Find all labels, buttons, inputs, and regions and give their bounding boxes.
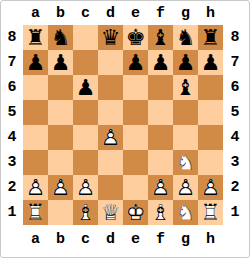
square-d7[interactable] [98,50,123,75]
square-h5[interactable] [198,100,223,125]
file-label-h: h [198,3,223,25]
square-f7[interactable]: ♟ [148,50,173,75]
rank-label-2: 2 [1,175,23,200]
square-a7[interactable]: ♟ [23,50,48,75]
file-label-f: f [148,227,173,253]
square-c2[interactable]: ♟♙ [73,175,98,200]
file-label-a: a [23,3,48,25]
square-b2[interactable]: ♟♙ [48,175,73,200]
white-bishop: ♗ [148,200,173,225]
square-g7[interactable]: ♟ [173,50,198,75]
file-label-a: a [23,227,48,253]
rank-label-3: 3 [1,150,23,175]
square-d6[interactable] [98,75,123,100]
square-a2[interactable]: ♟♙ [23,175,48,200]
square-g4[interactable] [173,125,198,150]
square-h4[interactable] [198,125,223,150]
rank-label-3: 3 [223,150,247,175]
square-a1[interactable]: ♜♖ [23,200,48,225]
black-rook: ♜ [23,25,48,50]
file-label-b: b [48,227,73,253]
square-g3[interactable]: ♞♘ [173,150,198,175]
file-label-d: d [98,3,123,25]
square-e4[interactable] [123,125,148,150]
white-pawn-fill: ♟ [48,175,73,200]
white-rook-fill: ♜ [23,200,48,225]
square-e1[interactable]: ♚♔ [123,200,148,225]
rank-labels-right: 87654321 [223,25,247,225]
file-label-c: c [73,227,98,253]
chess-board: ♜♞♛♚♝♞♜♟♟♟♟♟♟♟♝♟♙♞♘♟♙♟♙♟♙♟♙♟♙♟♙♜♖♝♗♛♕♚♔♝… [23,25,223,225]
white-pawn: ♙ [48,175,73,200]
square-a3[interactable] [23,150,48,175]
square-g1[interactable]: ♞♘ [173,200,198,225]
square-b4[interactable] [48,125,73,150]
square-a6[interactable] [23,75,48,100]
square-f1[interactable]: ♝♗ [148,200,173,225]
square-h6[interactable] [198,75,223,100]
file-label-h: h [198,227,223,253]
rank-labels-left: 87654321 [1,25,23,225]
square-c3[interactable] [73,150,98,175]
square-h1[interactable]: ♜♖ [198,200,223,225]
square-a5[interactable] [23,100,48,125]
white-pawn: ♙ [73,175,98,200]
black-pawn: ♟ [148,50,173,75]
file-label-g: g [173,3,198,25]
white-bishop: ♗ [73,200,98,225]
file-label-f: f [148,3,173,25]
white-rook: ♖ [198,200,223,225]
rank-label-4: 4 [223,125,247,150]
square-h8[interactable]: ♜ [198,25,223,50]
black-pawn: ♟ [48,50,73,75]
black-bishop: ♝ [173,75,198,100]
square-e2[interactable] [123,175,148,200]
white-king-fill: ♚ [123,200,148,225]
file-labels-bottom: abcdefgh [23,227,223,253]
black-pawn: ♟ [198,50,223,75]
chess-diagram: abcdefgh 87654321 ♜♞♛♚♝♞♜♟♟♟♟♟♟♟♝♟♙♞♘♟♙♟… [0,0,250,258]
white-rook-fill: ♜ [198,200,223,225]
rank-label-1: 1 [223,200,247,225]
square-c5[interactable] [73,100,98,125]
file-label-e: e [123,227,148,253]
black-knight: ♞ [173,25,198,50]
square-b3[interactable] [48,150,73,175]
square-e6[interactable] [123,75,148,100]
white-bishop-fill: ♝ [73,200,98,225]
square-e5[interactable] [123,100,148,125]
black-bishop: ♝ [148,25,173,50]
black-king: ♚ [123,25,148,50]
square-g5[interactable] [173,100,198,125]
square-f5[interactable] [148,100,173,125]
square-b1[interactable] [48,200,73,225]
white-knight: ♘ [173,150,198,175]
square-h2[interactable]: ♟♙ [198,175,223,200]
square-f6[interactable] [148,75,173,100]
square-d8[interactable]: ♛ [98,25,123,50]
rank-label-4: 4 [1,125,23,150]
square-g8[interactable]: ♞ [173,25,198,50]
rank-label-7: 7 [1,50,23,75]
square-f4[interactable] [148,125,173,150]
rank-label-8: 8 [223,25,247,50]
rank-label-8: 8 [1,25,23,50]
file-label-e: e [123,3,148,25]
rank-label-1: 1 [1,200,23,225]
square-d2[interactable] [98,175,123,200]
rank-label-5: 5 [223,100,247,125]
square-b8[interactable]: ♞ [48,25,73,50]
rank-label-6: 6 [223,75,247,100]
white-pawn-fill: ♟ [173,175,198,200]
square-g2[interactable]: ♟♙ [173,175,198,200]
square-c1[interactable]: ♝♗ [73,200,98,225]
square-c7[interactable] [73,50,98,75]
square-e7[interactable]: ♟ [123,50,148,75]
square-b7[interactable]: ♟ [48,50,73,75]
black-pawn: ♟ [23,50,48,75]
white-pawn-fill: ♟ [98,125,123,150]
white-pawn-fill: ♟ [148,175,173,200]
white-pawn: ♙ [198,175,223,200]
file-label-b: b [48,3,73,25]
square-d5[interactable] [98,100,123,125]
white-pawn-fill: ♟ [198,175,223,200]
square-g6[interactable]: ♝ [173,75,198,100]
file-labels-top: abcdefgh [23,3,223,25]
square-d3[interactable] [98,150,123,175]
square-f2[interactable]: ♟♙ [148,175,173,200]
square-c6[interactable]: ♟ [73,75,98,100]
white-knight-fill: ♞ [173,150,198,175]
white-rook: ♖ [23,200,48,225]
file-label-g: g [173,227,198,253]
white-pawn: ♙ [23,175,48,200]
white-queen: ♕ [98,200,123,225]
black-pawn: ♟ [73,75,98,100]
square-f3[interactable] [148,150,173,175]
white-pawn: ♙ [173,175,198,200]
white-queen-fill: ♛ [98,200,123,225]
black-rook: ♜ [198,25,223,50]
square-e8[interactable]: ♚ [123,25,148,50]
square-d1[interactable]: ♛♕ [98,200,123,225]
rank-label-5: 5 [1,100,23,125]
file-label-d: d [98,227,123,253]
square-h7[interactable]: ♟ [198,50,223,75]
square-a4[interactable] [23,125,48,150]
rank-label-7: 7 [223,50,247,75]
black-knight: ♞ [48,25,73,50]
square-c8[interactable] [73,25,98,50]
rank-label-6: 6 [1,75,23,100]
white-knight-fill: ♞ [173,200,198,225]
black-pawn: ♟ [123,50,148,75]
white-bishop-fill: ♝ [148,200,173,225]
square-e3[interactable] [123,150,148,175]
black-queen: ♛ [98,25,123,50]
square-h3[interactable] [198,150,223,175]
black-pawn: ♟ [173,50,198,75]
square-b6[interactable] [48,75,73,100]
white-knight: ♘ [173,200,198,225]
file-label-c: c [73,3,98,25]
square-b5[interactable] [48,100,73,125]
rank-label-2: 2 [223,175,247,200]
square-c4[interactable] [73,125,98,150]
square-a8[interactable]: ♜ [23,25,48,50]
white-king: ♔ [123,200,148,225]
square-d4[interactable]: ♟♙ [98,125,123,150]
white-pawn-fill: ♟ [73,175,98,200]
white-pawn: ♙ [98,125,123,150]
square-f8[interactable]: ♝ [148,25,173,50]
white-pawn-fill: ♟ [23,175,48,200]
white-pawn: ♙ [148,175,173,200]
